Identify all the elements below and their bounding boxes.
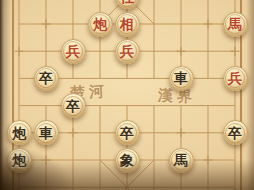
piece-character: 卒 [228, 126, 242, 140]
piece-black-chariot[interactable]: 車 [169, 66, 194, 91]
piece-character: 仕 [120, 0, 134, 4]
piece-black-soldier[interactable]: 卒 [115, 120, 140, 145]
piece-character: 車 [174, 71, 188, 85]
piece-character: 卒 [120, 126, 134, 140]
piece-black-cannon[interactable]: 炮 [7, 120, 32, 145]
piece-character: 炮 [12, 126, 26, 140]
piece-character: 象 [120, 153, 134, 167]
piece-red-horse[interactable]: 馬 [223, 12, 248, 37]
piece-character: 車 [39, 126, 53, 140]
piece-character: 相 [120, 17, 134, 31]
piece-black-soldier[interactable]: 卒 [61, 93, 86, 118]
piece-black-soldier[interactable]: 卒 [223, 120, 248, 145]
piece-character: 兵 [66, 44, 80, 58]
piece-character: 卒 [66, 99, 80, 113]
piece-black-chariot[interactable]: 車 [34, 120, 59, 145]
piece-red-elephant[interactable]: 相 [115, 12, 140, 37]
piece-black-elephant[interactable]: 象 [115, 148, 140, 173]
piece-character: 卒 [39, 71, 53, 85]
piece-red-soldier[interactable]: 兵 [223, 66, 248, 91]
xiangqi-board: 楚河 漢界 仕炮相馬兵兵兵卒車卒炮車卒卒炮象馬 [0, 0, 254, 190]
piece-red-cannon[interactable]: 炮 [88, 12, 113, 37]
piece-black-horse[interactable]: 馬 [169, 148, 194, 173]
piece-character: 兵 [120, 44, 134, 58]
piece-red-soldier[interactable]: 兵 [61, 39, 86, 64]
piece-character: 炮 [12, 153, 26, 167]
piece-character: 炮 [93, 17, 107, 31]
piece-character: 兵 [228, 71, 242, 85]
piece-black-soldier[interactable]: 卒 [34, 66, 59, 91]
piece-red-soldier[interactable]: 兵 [115, 39, 140, 64]
piece-black-cannon[interactable]: 炮 [7, 148, 32, 173]
piece-character: 馬 [174, 153, 188, 167]
piece-character: 馬 [228, 17, 242, 31]
